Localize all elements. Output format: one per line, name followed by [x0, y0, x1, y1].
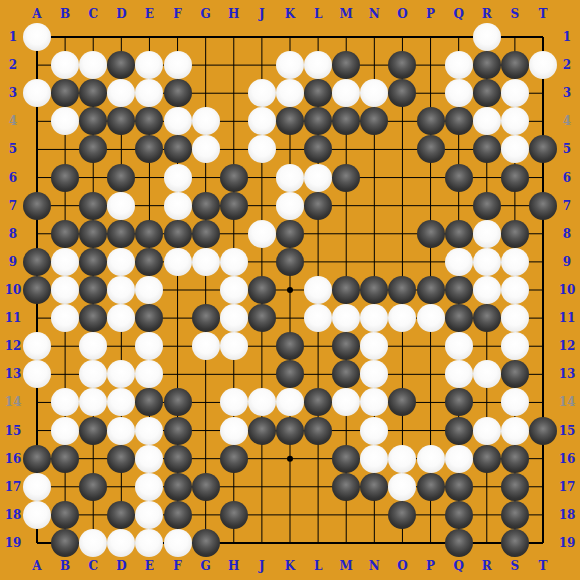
black-stone-F14 — [164, 388, 192, 416]
black-stone-F15 — [164, 417, 192, 445]
black-stone-F5 — [164, 135, 192, 163]
coord-label-left: 18 — [5, 509, 22, 521]
black-stone-G8 — [192, 220, 220, 248]
black-stone-Q10 — [445, 276, 473, 304]
white-stone-T2 — [529, 51, 557, 79]
coord-label-right: 13 — [559, 368, 576, 380]
coord-label-left: 7 — [9, 200, 17, 212]
black-stone-Q19 — [445, 529, 473, 557]
black-stone-C15 — [79, 417, 107, 445]
black-stone-F16 — [164, 445, 192, 473]
black-stone-R3 — [473, 79, 501, 107]
white-stone-H11 — [220, 304, 248, 332]
white-stone-H12 — [220, 332, 248, 360]
black-stone-G19 — [192, 529, 220, 557]
white-stone-F7 — [164, 192, 192, 220]
black-stone-S8 — [501, 220, 529, 248]
white-stone-Q9 — [445, 248, 473, 276]
coord-label-bottom: T — [539, 560, 548, 572]
coord-label-left: 10 — [5, 284, 22, 296]
coord-label-top: S — [511, 8, 520, 20]
coord-label-top: A — [32, 8, 41, 20]
coord-label-bottom: A — [32, 560, 41, 572]
black-stone-J10 — [248, 276, 276, 304]
black-stone-S2 — [501, 51, 529, 79]
black-stone-H18 — [220, 501, 248, 529]
coord-label-right: 18 — [559, 509, 576, 521]
black-stone-B6 — [51, 164, 79, 192]
white-stone-Q13 — [445, 360, 473, 388]
coord-label-top: C — [88, 8, 98, 20]
white-stone-S10 — [501, 276, 529, 304]
black-stone-A9 — [23, 248, 51, 276]
white-stone-Q16 — [445, 445, 473, 473]
white-stone-L10 — [304, 276, 332, 304]
black-stone-B19 — [51, 529, 79, 557]
coord-label-right: 11 — [559, 312, 576, 324]
white-stone-R15 — [473, 417, 501, 445]
coord-label-right: 16 — [559, 453, 576, 465]
black-stone-R11 — [473, 304, 501, 332]
coord-label-top: T — [539, 8, 548, 20]
white-stone-Q12 — [445, 332, 473, 360]
white-stone-G4 — [192, 107, 220, 135]
white-stone-S3 — [501, 79, 529, 107]
coord-label-top: J — [259, 8, 265, 20]
white-stone-H15 — [220, 417, 248, 445]
coord-label-bottom: K — [285, 560, 295, 572]
black-stone-Q6 — [445, 164, 473, 192]
black-stone-P10 — [417, 276, 445, 304]
goban[interactable]: AABBCCDDEEFFGGHHJJKKLLMMNNOOPPQQRRSSTT11… — [0, 0, 580, 580]
coord-label-right: 8 — [563, 228, 571, 240]
coord-label-right: 9 — [563, 256, 571, 268]
coord-label-left: 17 — [5, 481, 22, 493]
coord-label-right: 4 — [563, 115, 571, 127]
black-stone-P4 — [417, 107, 445, 135]
coord-label-left: 16 — [5, 453, 22, 465]
black-stone-Q11 — [445, 304, 473, 332]
black-stone-F8 — [164, 220, 192, 248]
star-point — [287, 456, 293, 462]
white-stone-Q3 — [445, 79, 473, 107]
black-stone-Q14 — [445, 388, 473, 416]
white-stone-K7 — [276, 192, 304, 220]
white-stone-J3 — [248, 79, 276, 107]
coord-label-left: 2 — [9, 59, 17, 71]
coord-label-left: 3 — [9, 87, 17, 99]
black-stone-K8 — [276, 220, 304, 248]
coord-label-left: 6 — [9, 172, 17, 184]
coord-label-bottom: L — [314, 560, 322, 572]
black-stone-C17 — [79, 473, 107, 501]
white-stone-R1 — [473, 23, 501, 51]
white-stone-E15 — [135, 417, 163, 445]
coord-label-top: E — [145, 8, 154, 20]
white-stone-R9 — [473, 248, 501, 276]
black-stone-F3 — [164, 79, 192, 107]
black-stone-B16 — [51, 445, 79, 473]
black-stone-G11 — [192, 304, 220, 332]
coord-label-top: O — [397, 8, 407, 20]
black-stone-Q4 — [445, 107, 473, 135]
black-stone-S17 — [501, 473, 529, 501]
coord-label-top: Q — [453, 8, 463, 20]
coord-label-left: 1 — [9, 31, 17, 43]
white-stone-G9 — [192, 248, 220, 276]
white-stone-G12 — [192, 332, 220, 360]
coord-label-right: 7 — [563, 200, 571, 212]
black-stone-N17 — [360, 473, 388, 501]
black-stone-P8 — [417, 220, 445, 248]
black-stone-T15 — [529, 417, 557, 445]
coord-label-top: P — [426, 8, 435, 20]
black-stone-D16 — [107, 445, 135, 473]
coord-label-right: 2 — [563, 59, 571, 71]
coord-label-right: 14 — [559, 396, 576, 408]
coord-label-bottom: R — [482, 560, 492, 572]
white-stone-K2 — [276, 51, 304, 79]
black-stone-K15 — [276, 417, 304, 445]
white-stone-Q2 — [445, 51, 473, 79]
coord-label-bottom: H — [228, 560, 239, 572]
white-stone-S12 — [501, 332, 529, 360]
black-stone-Q15 — [445, 417, 473, 445]
black-stone-J11 — [248, 304, 276, 332]
white-stone-J8 — [248, 220, 276, 248]
coord-label-top: L — [314, 8, 322, 20]
coord-label-right: 15 — [559, 425, 576, 437]
black-stone-D8 — [107, 220, 135, 248]
coord-label-bottom: Q — [453, 560, 463, 572]
coord-label-bottom: J — [259, 560, 265, 572]
black-stone-L15 — [304, 417, 332, 445]
white-stone-F2 — [164, 51, 192, 79]
white-stone-D15 — [107, 417, 135, 445]
coord-label-right: 6 — [563, 172, 571, 184]
coord-label-left: 11 — [5, 312, 22, 324]
coord-label-right: 3 — [563, 87, 571, 99]
black-stone-R7 — [473, 192, 501, 220]
black-stone-P5 — [417, 135, 445, 163]
coord-label-left: 9 — [9, 256, 17, 268]
coord-label-bottom: O — [397, 560, 407, 572]
black-stone-A16 — [23, 445, 51, 473]
white-stone-A18 — [23, 501, 51, 529]
black-stone-F17 — [164, 473, 192, 501]
black-stone-G7 — [192, 192, 220, 220]
black-stone-B8 — [51, 220, 79, 248]
coord-label-bottom: C — [88, 560, 98, 572]
white-stone-R8 — [473, 220, 501, 248]
coord-label-top: K — [285, 8, 295, 20]
white-stone-A17 — [23, 473, 51, 501]
black-stone-B18 — [51, 501, 79, 529]
coord-label-top: B — [60, 8, 70, 20]
black-stone-R2 — [473, 51, 501, 79]
white-stone-B9 — [51, 248, 79, 276]
coord-label-bottom: G — [201, 560, 211, 572]
black-stone-S19 — [501, 529, 529, 557]
coord-label-top: M — [340, 8, 353, 20]
coord-label-left: 4 — [9, 115, 17, 127]
black-stone-C9 — [79, 248, 107, 276]
coord-label-bottom: B — [60, 560, 70, 572]
coord-label-left: 5 — [9, 143, 17, 155]
coord-label-left: 13 — [5, 368, 22, 380]
white-stone-K6 — [276, 164, 304, 192]
coord-label-bottom: S — [511, 560, 520, 572]
white-stone-R10 — [473, 276, 501, 304]
white-stone-P11 — [417, 304, 445, 332]
coord-label-bottom: P — [426, 560, 435, 572]
white-stone-N16 — [360, 445, 388, 473]
black-stone-H16 — [220, 445, 248, 473]
coord-label-right: 10 — [559, 284, 576, 296]
white-stone-H9 — [220, 248, 248, 276]
white-stone-S15 — [501, 417, 529, 445]
white-stone-R4 — [473, 107, 501, 135]
black-stone-R16 — [473, 445, 501, 473]
coord-label-bottom: M — [340, 560, 353, 572]
black-stone-P17 — [417, 473, 445, 501]
white-stone-B15 — [51, 417, 79, 445]
coord-label-top: D — [116, 8, 126, 20]
coord-label-bottom: D — [116, 560, 126, 572]
black-stone-K9 — [276, 248, 304, 276]
black-stone-M17 — [332, 473, 360, 501]
black-stone-Q8 — [445, 220, 473, 248]
black-stone-Q17 — [445, 473, 473, 501]
white-stone-S9 — [501, 248, 529, 276]
white-stone-N15 — [360, 417, 388, 445]
coord-label-right: 17 — [559, 481, 576, 493]
coord-label-left: 19 — [5, 537, 22, 549]
coord-label-right: 19 — [559, 537, 576, 549]
white-stone-G5 — [192, 135, 220, 163]
black-stone-T7 — [529, 192, 557, 220]
black-stone-C8 — [79, 220, 107, 248]
coord-label-top: F — [173, 8, 182, 20]
black-stone-H7 — [220, 192, 248, 220]
coord-label-left: 8 — [9, 228, 17, 240]
coord-label-left: 14 — [5, 396, 22, 408]
coord-label-top: N — [369, 8, 380, 20]
white-stone-F6 — [164, 164, 192, 192]
black-stone-A7 — [23, 192, 51, 220]
white-stone-B10 — [51, 276, 79, 304]
white-stone-P16 — [417, 445, 445, 473]
white-stone-H10 — [220, 276, 248, 304]
coord-label-left: 12 — [5, 340, 22, 352]
white-stone-D7 — [107, 192, 135, 220]
black-stone-Q18 — [445, 501, 473, 529]
white-stone-R13 — [473, 360, 501, 388]
white-stone-S11 — [501, 304, 529, 332]
black-stone-M16 — [332, 445, 360, 473]
black-stone-S6 — [501, 164, 529, 192]
white-stone-F4 — [164, 107, 192, 135]
coord-label-top: G — [201, 8, 211, 20]
coord-label-bottom: N — [369, 560, 380, 572]
black-stone-S16 — [501, 445, 529, 473]
white-stone-F19 — [164, 529, 192, 557]
coord-label-right: 12 — [559, 340, 576, 352]
coord-label-bottom: F — [173, 560, 182, 572]
black-stone-A10 — [23, 276, 51, 304]
black-stone-H6 — [220, 164, 248, 192]
coord-label-right: 5 — [563, 143, 571, 155]
white-stone-E16 — [135, 445, 163, 473]
black-stone-F18 — [164, 501, 192, 529]
black-stone-M6 — [332, 164, 360, 192]
black-stone-G17 — [192, 473, 220, 501]
black-stone-J15 — [248, 417, 276, 445]
black-stone-D6 — [107, 164, 135, 192]
coord-label-bottom: E — [145, 560, 154, 572]
black-stone-S18 — [501, 501, 529, 529]
white-stone-F9 — [164, 248, 192, 276]
coord-label-top: H — [228, 8, 239, 20]
black-stone-L7 — [304, 192, 332, 220]
white-stone-A1 — [23, 23, 51, 51]
black-stone-C7 — [79, 192, 107, 220]
white-stone-L6 — [304, 164, 332, 192]
coord-label-left: 15 — [5, 425, 22, 437]
star-point — [287, 287, 293, 293]
white-stone-O16 — [388, 445, 416, 473]
coord-label-top: R — [482, 8, 492, 20]
coord-label-right: 1 — [563, 31, 571, 43]
